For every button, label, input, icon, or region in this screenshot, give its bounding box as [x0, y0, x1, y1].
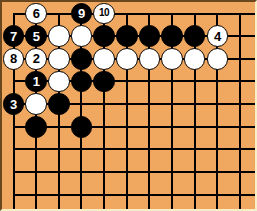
- move-number: 10: [99, 8, 109, 18]
- white-stone: [161, 48, 183, 70]
- black-stone: 7: [3, 25, 25, 47]
- white-stone: [139, 48, 161, 70]
- white-stone: 6: [25, 3, 47, 25]
- white-stone: 4: [207, 25, 229, 47]
- move-number: 9: [78, 7, 85, 20]
- go-board-diagram: 69107548213: [0, 0, 257, 211]
- white-stone: [48, 48, 70, 70]
- black-stone: [25, 116, 47, 138]
- white-stone: 2: [25, 48, 47, 70]
- grid-line: [13, 126, 256, 128]
- black-stone: [71, 48, 93, 70]
- black-stone: [161, 25, 183, 47]
- move-number: 3: [10, 98, 17, 111]
- white-stone: [184, 48, 206, 70]
- black-stone: 9: [71, 3, 93, 25]
- black-stone: [93, 25, 115, 47]
- move-number: 2: [33, 52, 40, 65]
- black-stone: 3: [3, 93, 25, 115]
- white-stone: 8: [3, 48, 25, 70]
- white-stone: [25, 93, 47, 115]
- move-number: 7: [10, 30, 17, 43]
- grid-line: [13, 194, 256, 196]
- move-number: 6: [33, 7, 40, 20]
- white-stone: [93, 48, 115, 70]
- black-stone: 5: [25, 25, 47, 47]
- move-number: 4: [214, 30, 221, 43]
- black-stone: 1: [25, 71, 47, 93]
- white-stone: [71, 25, 93, 47]
- black-stone: [71, 116, 93, 138]
- black-stone: [71, 71, 93, 93]
- grid-line: [13, 13, 256, 15]
- move-number: 8: [10, 52, 17, 65]
- white-stone: [48, 25, 70, 47]
- grid-line: [239, 13, 241, 210]
- black-stone: [48, 93, 70, 115]
- black-stone: [93, 71, 115, 93]
- white-stone: 10: [93, 3, 115, 25]
- black-stone: [116, 25, 138, 47]
- black-stone: [139, 25, 161, 47]
- grid-line: [13, 148, 256, 150]
- white-stone: [48, 71, 70, 93]
- black-stone: [184, 25, 206, 47]
- white-stone: [207, 48, 229, 70]
- move-number: 5: [33, 30, 40, 43]
- white-stone: [116, 48, 138, 70]
- grid-line: [13, 171, 256, 173]
- move-number: 1: [33, 75, 40, 88]
